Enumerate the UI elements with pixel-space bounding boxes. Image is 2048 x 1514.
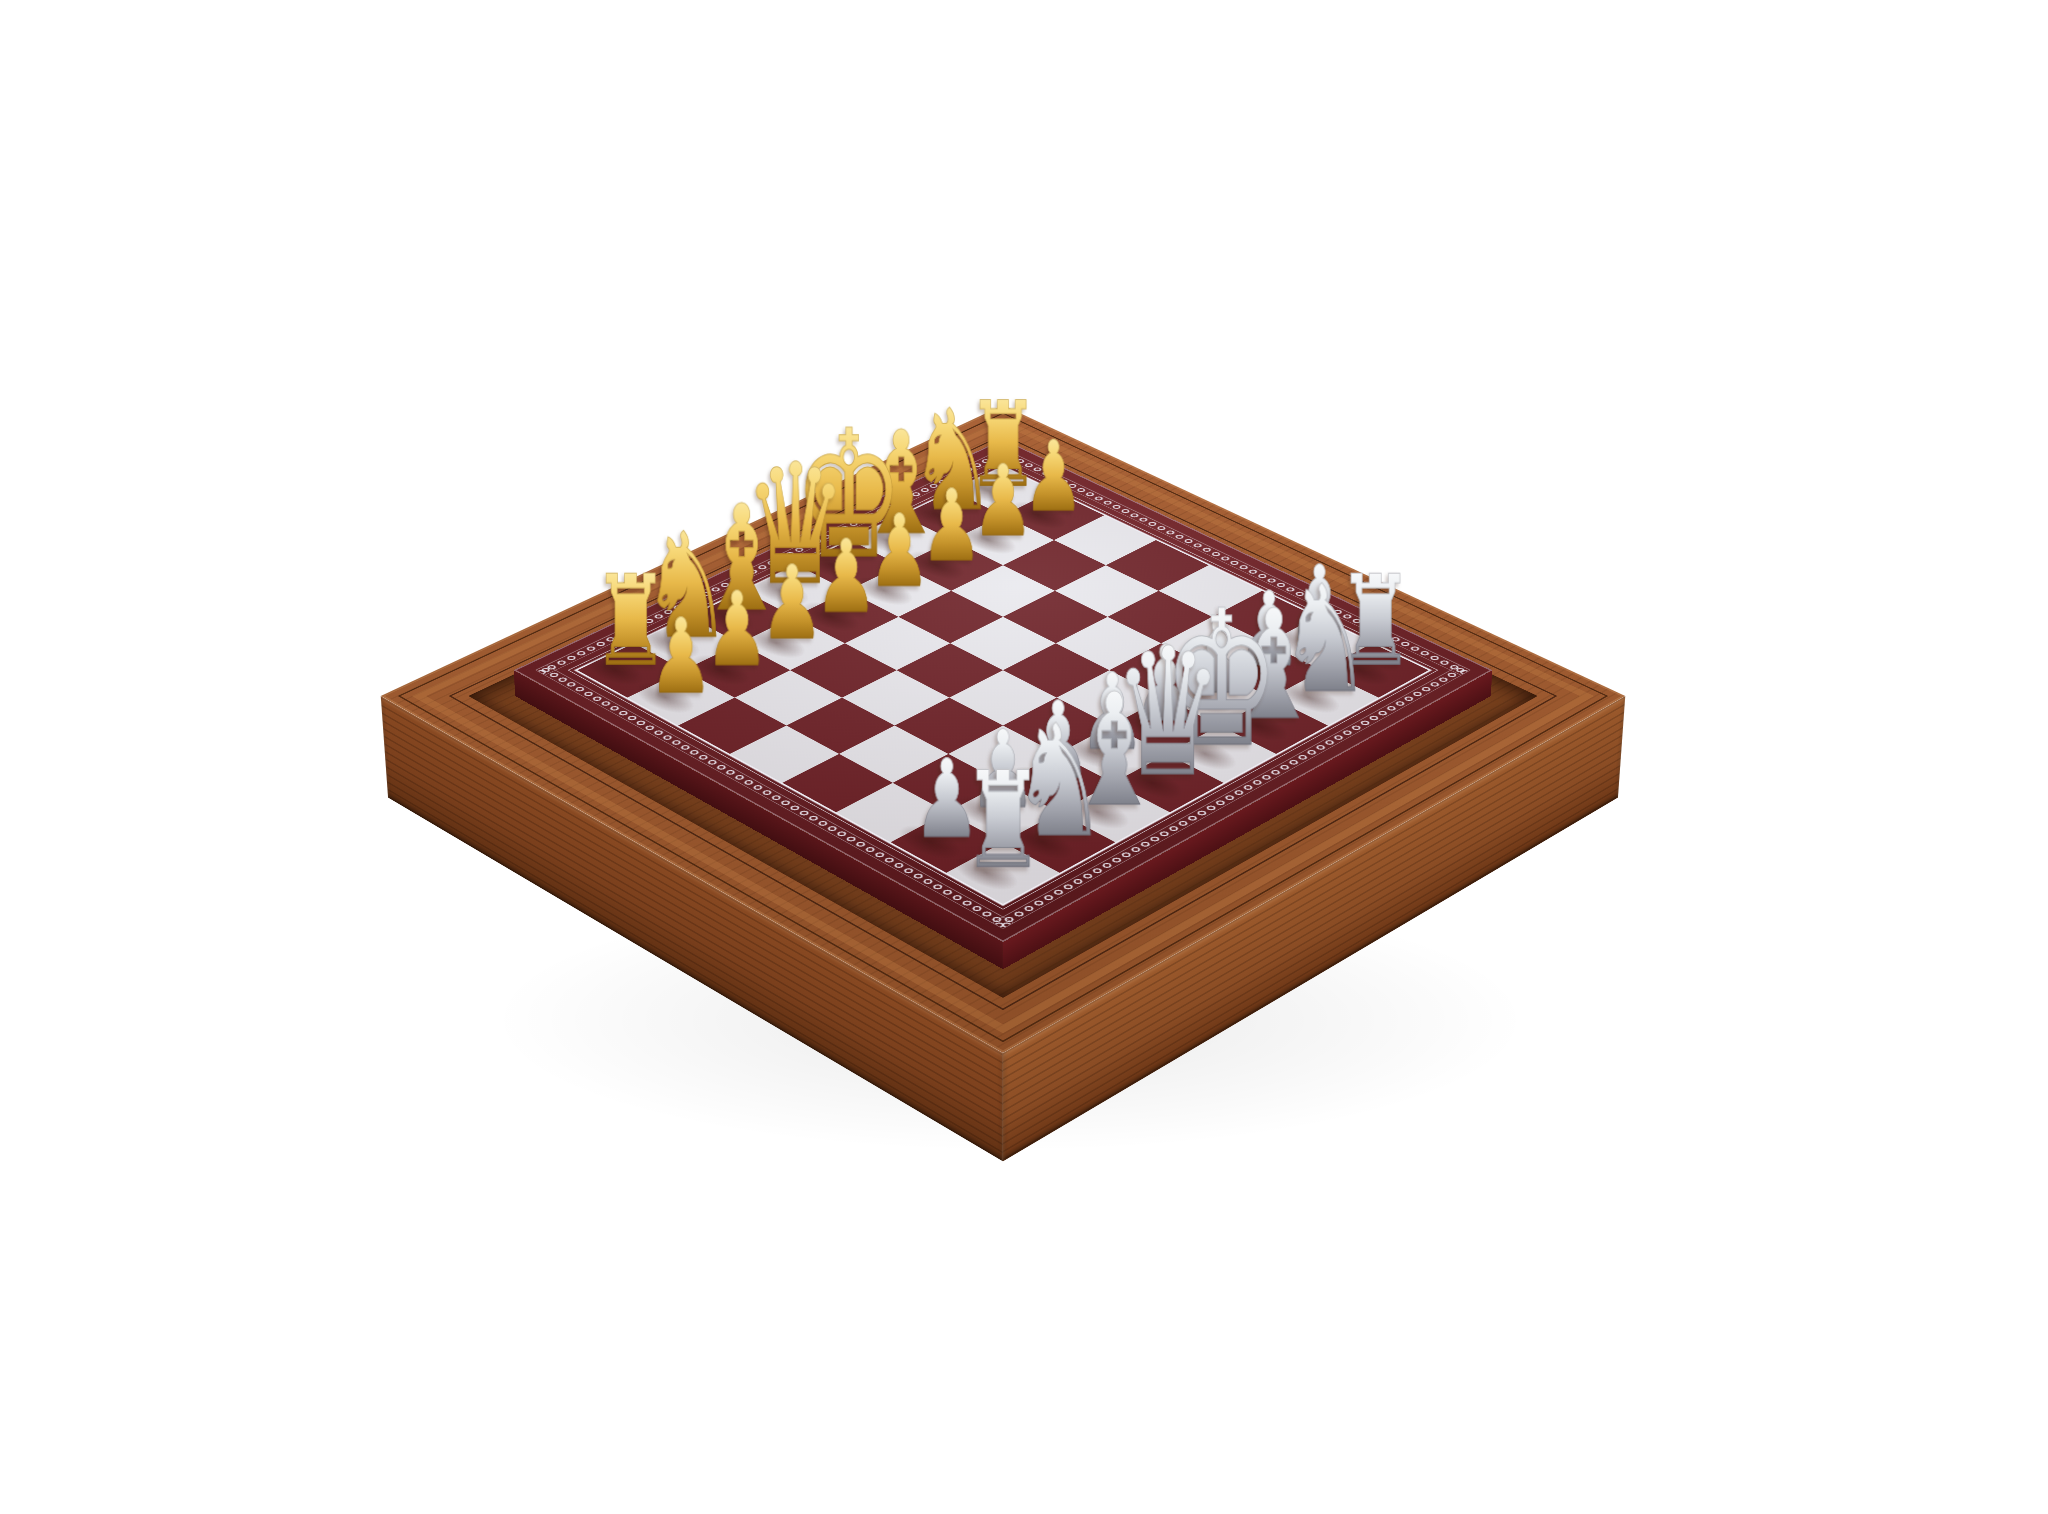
- pawn-glyph: ♟: [649, 605, 714, 708]
- board-square: ♜: [946, 842, 1059, 904]
- scene-3d: ♜♟♟♜♞♟♟♞♝♟♟♝♚♟♟♚♛♟♟♛♝♟♟♝♞♟♟♞♜♟♟♜: [0, 0, 2048, 1514]
- board-square: ♟: [627, 670, 734, 725]
- board-square: [735, 670, 842, 725]
- piece-a7-black-pawn: ♟: [635, 605, 728, 708]
- product-photo-stage: ♜♟♟♜♞♟♟♞♝♟♟♝♚♟♟♚♛♟♟♛♝♟♟♝♞♟♟♞♜♟♟♜: [0, 0, 2048, 1514]
- rook-glyph: ♜: [961, 754, 1044, 887]
- piece-a1-white-rook: ♜: [944, 754, 1063, 887]
